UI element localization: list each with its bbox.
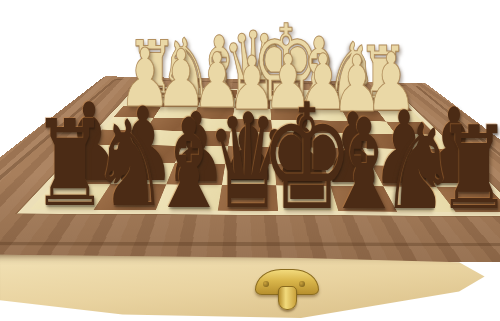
case-front xyxy=(0,252,500,320)
brass-clasp xyxy=(252,269,320,317)
clasp-screw-icon xyxy=(299,281,305,287)
clasp-screw-icon xyxy=(263,281,269,287)
chess-set-photo: ♜♞♝♛♚♝♞♜♟♟♟♟♟♟♟♟♟♟♟♟♟♟♟♟♜♞♝♛♚♝♞♜ xyxy=(0,0,500,321)
clasp-knob xyxy=(278,286,297,310)
piece-black-rook[interactable]: ♜ xyxy=(437,111,500,226)
